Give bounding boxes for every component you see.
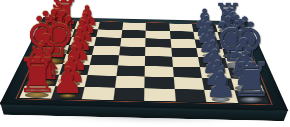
square-f2 — [59, 64, 90, 75]
square-f3 — [87, 65, 117, 76]
square-h1 — [19, 85, 54, 98]
square-g5 — [144, 77, 174, 89]
square-f6 — [172, 66, 202, 77]
square-h8 — [234, 90, 269, 103]
square-g7 — [202, 78, 234, 90]
square-g6 — [173, 77, 204, 89]
square-f4 — [116, 65, 145, 76]
square-f8 — [227, 68, 259, 79]
square-g1 — [25, 74, 59, 86]
playing-field — [19, 21, 268, 104]
square-e5 — [145, 56, 173, 66]
square-h2 — [51, 86, 85, 99]
chess-board — [0, 17, 288, 111]
board-group — [0, 0, 290, 127]
square-h4 — [113, 87, 144, 100]
square-f1 — [30, 63, 62, 74]
square-h7 — [204, 89, 238, 102]
square-g4 — [115, 76, 145, 88]
square-h3 — [82, 87, 115, 100]
square-h5 — [144, 88, 175, 101]
square-e2 — [62, 54, 92, 64]
square-e4 — [117, 55, 145, 65]
square-e7 — [198, 57, 227, 68]
square-f7 — [200, 67, 231, 78]
square-h6 — [174, 89, 206, 102]
square-e1 — [35, 54, 66, 64]
chess-set-photo: ♜♟♟♜♞♟♟♞♝♟♟♝♛♟♟♛♚♟♟♚♝♟♟♝♞♟♟♞♜♜♟♟♟♟♜♜ — [0, 0, 290, 127]
square-e6 — [172, 57, 200, 68]
square-f5 — [145, 66, 174, 77]
square-e8 — [225, 58, 255, 69]
square-e3 — [90, 55, 119, 65]
square-g2 — [55, 75, 88, 87]
square-g8 — [231, 78, 264, 90]
square-g3 — [85, 75, 116, 87]
